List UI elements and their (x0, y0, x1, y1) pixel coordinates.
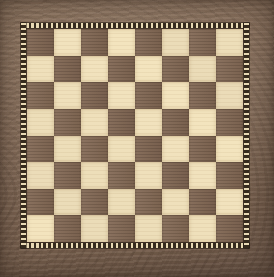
square-r1c5[interactable] (162, 56, 189, 83)
inlay-border-right (244, 23, 249, 248)
square-r0c1[interactable] (54, 29, 81, 56)
square-r4c1[interactable] (54, 136, 81, 163)
square-r3c7[interactable] (216, 109, 243, 136)
chess-board (0, 0, 274, 277)
square-r1c0[interactable] (27, 56, 54, 83)
square-r5c1[interactable] (54, 162, 81, 189)
square-r5c7[interactable] (216, 162, 243, 189)
inlay-border-bottom (21, 243, 249, 248)
square-r6c7[interactable] (216, 189, 243, 216)
square-r0c3[interactable] (108, 29, 135, 56)
square-r0c7[interactable] (216, 29, 243, 56)
square-r4c3[interactable] (108, 136, 135, 163)
square-r7c4[interactable] (135, 215, 162, 242)
square-r7c5[interactable] (162, 215, 189, 242)
square-r6c0[interactable] (27, 189, 54, 216)
square-r3c6[interactable] (189, 109, 216, 136)
square-r5c6[interactable] (189, 162, 216, 189)
square-r3c1[interactable] (54, 109, 81, 136)
square-r2c2[interactable] (81, 82, 108, 109)
square-r6c1[interactable] (54, 189, 81, 216)
square-r6c3[interactable] (108, 189, 135, 216)
square-r0c4[interactable] (135, 29, 162, 56)
square-r4c0[interactable] (27, 136, 54, 163)
square-r0c5[interactable] (162, 29, 189, 56)
square-r0c2[interactable] (81, 29, 108, 56)
square-r2c6[interactable] (189, 82, 216, 109)
square-r4c7[interactable] (216, 136, 243, 163)
square-r7c3[interactable] (108, 215, 135, 242)
inlay-border-left (21, 23, 26, 248)
square-r5c4[interactable] (135, 162, 162, 189)
square-r5c5[interactable] (162, 162, 189, 189)
board-squares (27, 29, 243, 242)
square-r2c5[interactable] (162, 82, 189, 109)
square-r7c0[interactable] (27, 215, 54, 242)
square-r0c6[interactable] (189, 29, 216, 56)
square-r6c2[interactable] (81, 189, 108, 216)
square-r4c4[interactable] (135, 136, 162, 163)
square-r0c0[interactable] (27, 29, 54, 56)
square-r3c2[interactable] (81, 109, 108, 136)
square-r1c3[interactable] (108, 56, 135, 83)
square-r7c6[interactable] (189, 215, 216, 242)
square-r1c4[interactable] (135, 56, 162, 83)
square-r6c5[interactable] (162, 189, 189, 216)
square-r5c0[interactable] (27, 162, 54, 189)
square-r3c4[interactable] (135, 109, 162, 136)
square-r1c2[interactable] (81, 56, 108, 83)
square-r2c3[interactable] (108, 82, 135, 109)
square-r3c3[interactable] (108, 109, 135, 136)
square-r4c2[interactable] (81, 136, 108, 163)
square-r4c6[interactable] (189, 136, 216, 163)
square-r4c5[interactable] (162, 136, 189, 163)
square-r1c1[interactable] (54, 56, 81, 83)
square-r7c1[interactable] (54, 215, 81, 242)
square-r2c0[interactable] (27, 82, 54, 109)
square-r2c4[interactable] (135, 82, 162, 109)
square-r7c2[interactable] (81, 215, 108, 242)
inlay-border-top (21, 23, 249, 28)
square-r2c1[interactable] (54, 82, 81, 109)
square-r6c6[interactable] (189, 189, 216, 216)
square-r3c0[interactable] (27, 109, 54, 136)
square-r6c4[interactable] (135, 189, 162, 216)
square-r3c5[interactable] (162, 109, 189, 136)
square-r7c7[interactable] (216, 215, 243, 242)
square-r1c6[interactable] (189, 56, 216, 83)
square-r5c2[interactable] (81, 162, 108, 189)
square-r5c3[interactable] (108, 162, 135, 189)
square-r2c7[interactable] (216, 82, 243, 109)
square-r1c7[interactable] (216, 56, 243, 83)
